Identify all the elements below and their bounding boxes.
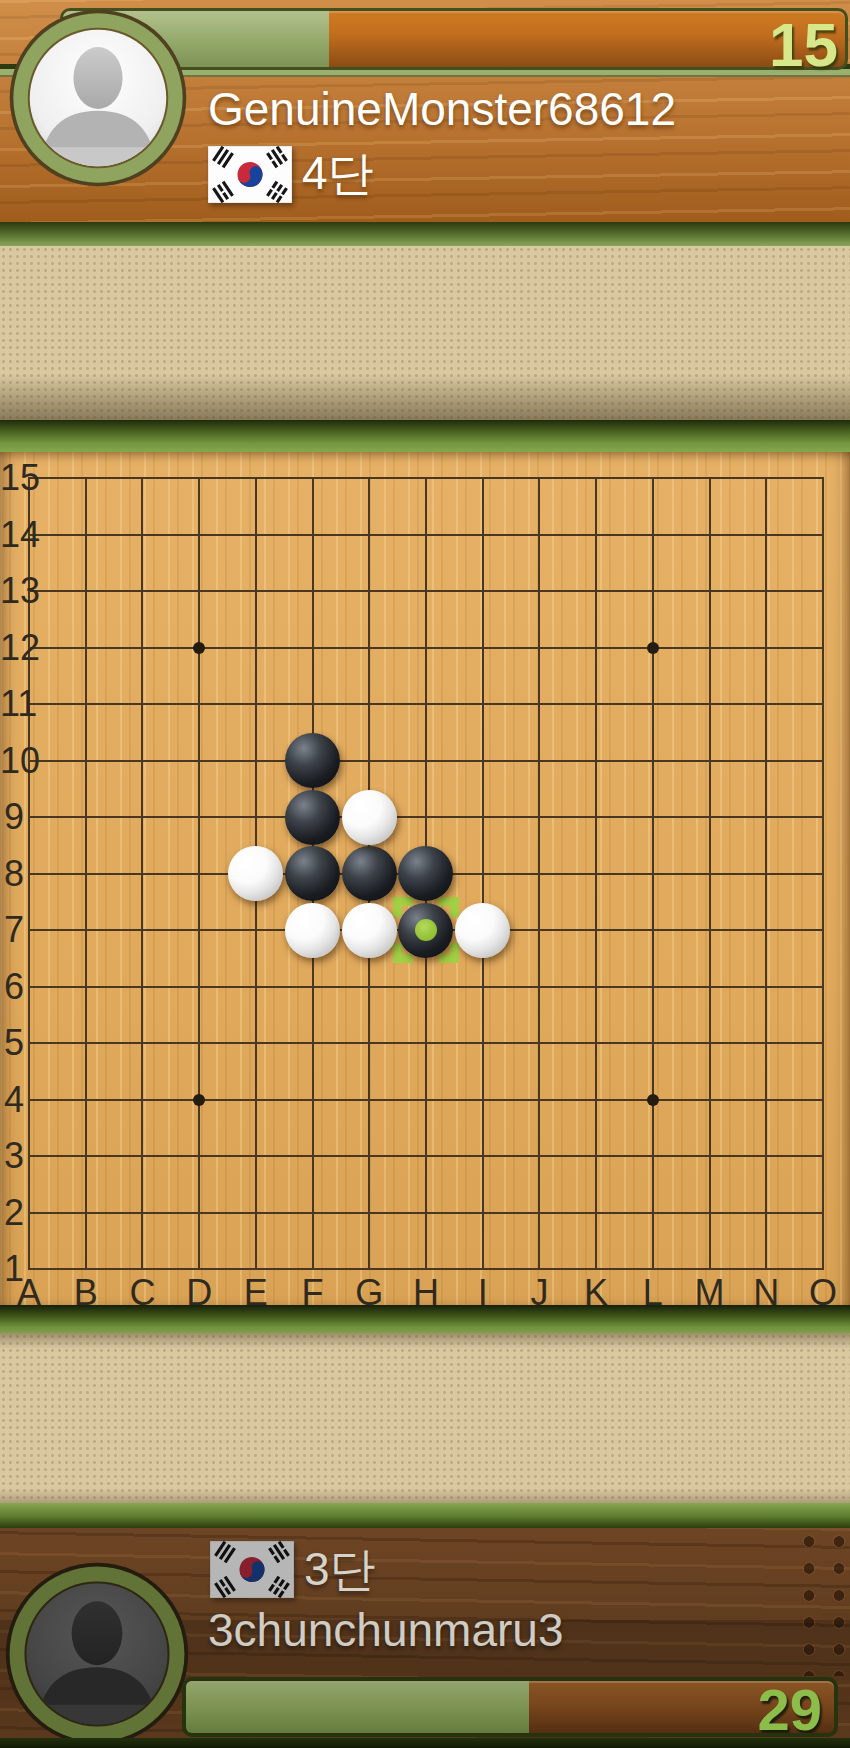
star-point <box>647 1094 659 1106</box>
top-player-rank: 4단 <box>302 150 374 196</box>
row-label: 10 <box>0 744 28 778</box>
texture-spacer-upper <box>0 246 850 420</box>
board-frame-bottom <box>0 1305 850 1333</box>
row-label: 9 <box>0 800 28 834</box>
stone-white[interactable]: ○ <box>455 903 510 958</box>
stone-black[interactable]: ● <box>342 846 397 901</box>
stone-black[interactable]: ● <box>285 846 340 901</box>
bottom-player-rank: 3단 <box>304 1546 376 1592</box>
top-player-name: GenuineMonster68612 <box>208 86 676 132</box>
bottom-player-avatar[interactable] <box>3 1556 191 1748</box>
texture-spacer-lower <box>0 1333 850 1503</box>
green-separator-bottom <box>0 1503 850 1528</box>
screen-bottom-edge <box>0 1738 850 1748</box>
game-screen: 15 GenuineMonster68 <box>0 0 850 1748</box>
row-label: 14 <box>0 518 28 552</box>
south-korea-flag-icon <box>210 1541 294 1598</box>
row-label: 15 <box>0 461 28 495</box>
top-player-avatar[interactable] <box>7 7 189 189</box>
stone-white[interactable]: ○ <box>285 903 340 958</box>
bottom-timer-fill <box>186 1681 529 1733</box>
bottom-timer-bar: 29 <box>182 1677 838 1737</box>
star-point <box>647 642 659 654</box>
row-label: 6 <box>0 970 28 1004</box>
stone-white[interactable]: ○ <box>342 903 397 958</box>
south-korea-flag-icon <box>208 146 292 203</box>
stone-black[interactable]: ● <box>285 790 340 845</box>
green-separator-top <box>0 222 850 246</box>
goban-board[interactable]: 151413121110987654321ABCDEFGHIJKLMNO●●●●… <box>0 452 850 1305</box>
row-label: 12 <box>0 631 28 665</box>
row-label: 1 <box>0 1252 28 1286</box>
row-label: 4 <box>0 1083 28 1117</box>
bottom-timer-value: 29 <box>757 1681 822 1737</box>
stone-black[interactable]: ● <box>285 733 340 788</box>
star-point <box>193 1094 205 1106</box>
last-move-dot <box>415 919 437 941</box>
row-label: 3 <box>0 1139 28 1173</box>
row-label: 8 <box>0 857 28 891</box>
row-label: 5 <box>0 1026 28 1060</box>
row-label: 2 <box>0 1196 28 1230</box>
panel-rivet-dots <box>792 1526 850 1676</box>
star-point <box>193 642 205 654</box>
row-label: 7 <box>0 913 28 947</box>
row-label: 11 <box>0 687 28 721</box>
row-label: 13 <box>0 574 28 608</box>
bottom-player-name: 3chunchunmaru3 <box>208 1607 563 1653</box>
board-frame-top <box>0 420 850 454</box>
stone-white[interactable]: ○ <box>228 846 283 901</box>
top-timer-value: 15 <box>769 14 838 76</box>
stone-white[interactable]: ○ <box>342 790 397 845</box>
